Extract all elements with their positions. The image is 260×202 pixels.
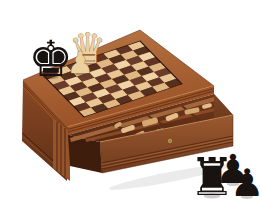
drawer-knob [169,140,171,142]
black-pawn-2: ♟ [230,161,260,202]
chess-box-photo: Wooden chess box with checkerboard top, … [0,0,260,202]
white-pawn: ♟ [67,45,94,80]
